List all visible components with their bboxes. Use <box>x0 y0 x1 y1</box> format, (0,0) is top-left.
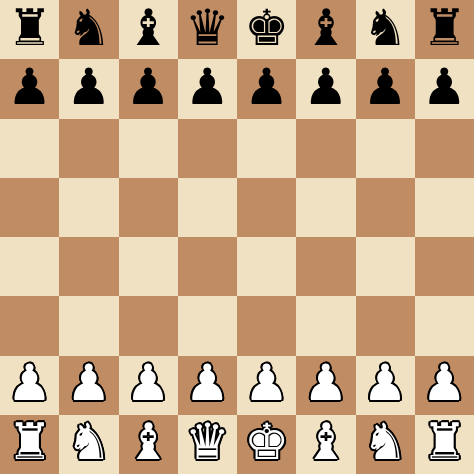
piece-white-king[interactable]: ♚ <box>244 417 289 467</box>
piece-white-queen[interactable]: ♛ <box>185 417 230 467</box>
piece-black-bishop[interactable]: ♝ <box>303 3 348 53</box>
square-a7[interactable]: ♟ <box>0 59 59 118</box>
square-a8[interactable]: ♜ <box>0 0 59 59</box>
piece-black-pawn[interactable]: ♟ <box>422 62 467 112</box>
square-g3[interactable] <box>356 296 415 355</box>
square-d3[interactable] <box>178 296 237 355</box>
square-d5[interactable] <box>178 178 237 237</box>
square-d8[interactable]: ♛ <box>178 0 237 59</box>
square-g7[interactable]: ♟ <box>356 59 415 118</box>
square-a4[interactable] <box>0 237 59 296</box>
square-a5[interactable] <box>0 178 59 237</box>
piece-white-rook[interactable]: ♜ <box>422 417 467 467</box>
piece-black-knight[interactable]: ♞ <box>363 3 408 53</box>
square-d2[interactable]: ♟ <box>178 356 237 415</box>
square-b5[interactable] <box>59 178 118 237</box>
square-h8[interactable]: ♜ <box>415 0 474 59</box>
square-g1[interactable]: ♞ <box>356 415 415 474</box>
square-g8[interactable]: ♞ <box>356 0 415 59</box>
piece-black-pawn[interactable]: ♟ <box>303 62 348 112</box>
square-h3[interactable] <box>415 296 474 355</box>
piece-black-rook[interactable]: ♜ <box>7 3 52 53</box>
square-g4[interactable] <box>356 237 415 296</box>
square-f3[interactable] <box>296 296 355 355</box>
square-b8[interactable]: ♞ <box>59 0 118 59</box>
piece-white-pawn[interactable]: ♟ <box>126 358 171 408</box>
piece-black-knight[interactable]: ♞ <box>66 3 111 53</box>
square-g5[interactable] <box>356 178 415 237</box>
square-h6[interactable] <box>415 119 474 178</box>
piece-black-pawn[interactable]: ♟ <box>126 62 171 112</box>
square-a6[interactable] <box>0 119 59 178</box>
square-h4[interactable] <box>415 237 474 296</box>
square-f6[interactable] <box>296 119 355 178</box>
square-b6[interactable] <box>59 119 118 178</box>
piece-white-bishop[interactable]: ♝ <box>303 417 348 467</box>
square-b3[interactable] <box>59 296 118 355</box>
square-b1[interactable]: ♞ <box>59 415 118 474</box>
piece-black-rook[interactable]: ♜ <box>422 3 467 53</box>
piece-black-pawn[interactable]: ♟ <box>66 62 111 112</box>
square-d4[interactable] <box>178 237 237 296</box>
piece-black-queen[interactable]: ♛ <box>185 3 230 53</box>
piece-black-pawn[interactable]: ♟ <box>244 62 289 112</box>
piece-white-pawn[interactable]: ♟ <box>185 358 230 408</box>
square-h2[interactable]: ♟ <box>415 356 474 415</box>
square-f4[interactable] <box>296 237 355 296</box>
chess-board: ♜♞♝♛♚♝♞♜♟♟♟♟♟♟♟♟♟♟♟♟♟♟♟♟♜♞♝♛♚♝♞♜ <box>0 0 474 474</box>
square-c2[interactable]: ♟ <box>119 356 178 415</box>
piece-white-rook[interactable]: ♜ <box>7 417 52 467</box>
square-c1[interactable]: ♝ <box>119 415 178 474</box>
square-f5[interactable] <box>296 178 355 237</box>
piece-white-pawn[interactable]: ♟ <box>422 358 467 408</box>
square-d7[interactable]: ♟ <box>178 59 237 118</box>
square-f7[interactable]: ♟ <box>296 59 355 118</box>
piece-black-pawn[interactable]: ♟ <box>185 62 230 112</box>
square-e2[interactable]: ♟ <box>237 356 296 415</box>
square-a3[interactable] <box>0 296 59 355</box>
square-f2[interactable]: ♟ <box>296 356 355 415</box>
square-e8[interactable]: ♚ <box>237 0 296 59</box>
square-e1[interactable]: ♚ <box>237 415 296 474</box>
square-e4[interactable] <box>237 237 296 296</box>
square-e5[interactable] <box>237 178 296 237</box>
piece-white-knight[interactable]: ♞ <box>66 417 111 467</box>
square-g2[interactable]: ♟ <box>356 356 415 415</box>
square-a1[interactable]: ♜ <box>0 415 59 474</box>
square-h5[interactable] <box>415 178 474 237</box>
square-c7[interactable]: ♟ <box>119 59 178 118</box>
square-c6[interactable] <box>119 119 178 178</box>
piece-black-bishop[interactable]: ♝ <box>126 3 171 53</box>
square-h1[interactable]: ♜ <box>415 415 474 474</box>
square-b7[interactable]: ♟ <box>59 59 118 118</box>
piece-white-pawn[interactable]: ♟ <box>303 358 348 408</box>
piece-white-pawn[interactable]: ♟ <box>363 358 408 408</box>
piece-white-pawn[interactable]: ♟ <box>244 358 289 408</box>
square-e3[interactable] <box>237 296 296 355</box>
square-c5[interactable] <box>119 178 178 237</box>
square-f1[interactable]: ♝ <box>296 415 355 474</box>
piece-white-bishop[interactable]: ♝ <box>126 417 171 467</box>
square-d1[interactable]: ♛ <box>178 415 237 474</box>
piece-white-pawn[interactable]: ♟ <box>66 358 111 408</box>
square-d6[interactable] <box>178 119 237 178</box>
square-e7[interactable]: ♟ <box>237 59 296 118</box>
square-b4[interactable] <box>59 237 118 296</box>
square-e6[interactable] <box>237 119 296 178</box>
square-a2[interactable]: ♟ <box>0 356 59 415</box>
piece-white-knight[interactable]: ♞ <box>363 417 408 467</box>
square-c4[interactable] <box>119 237 178 296</box>
square-h7[interactable]: ♟ <box>415 59 474 118</box>
piece-black-pawn[interactable]: ♟ <box>7 62 52 112</box>
square-c8[interactable]: ♝ <box>119 0 178 59</box>
piece-black-pawn[interactable]: ♟ <box>363 62 408 112</box>
piece-black-king[interactable]: ♚ <box>244 3 289 53</box>
piece-white-pawn[interactable]: ♟ <box>7 358 52 408</box>
square-f8[interactable]: ♝ <box>296 0 355 59</box>
square-c3[interactable] <box>119 296 178 355</box>
square-g6[interactable] <box>356 119 415 178</box>
square-b2[interactable]: ♟ <box>59 356 118 415</box>
